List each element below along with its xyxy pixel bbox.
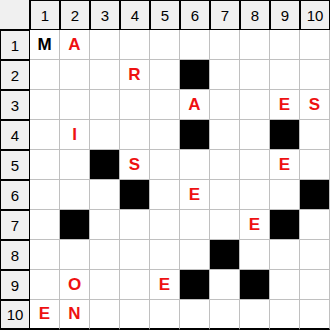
block-cell-r6c10 <box>300 180 330 210</box>
col-header-10: 10 <box>300 0 330 30</box>
cell-r3c2[interactable] <box>60 90 90 120</box>
cell-r5c4[interactable]: S <box>120 150 150 180</box>
cell-r2c8[interactable] <box>240 60 270 90</box>
cell-r5c6[interactable] <box>180 150 210 180</box>
cell-r4c1[interactable] <box>30 120 60 150</box>
cell-r1c8[interactable] <box>240 30 270 60</box>
block-cell-r7c2 <box>60 210 90 240</box>
block-cell-r4c9 <box>270 120 300 150</box>
col-header-6: 6 <box>180 0 210 30</box>
cell-r1c10[interactable] <box>300 30 330 60</box>
cell-r7c7[interactable] <box>210 210 240 240</box>
cell-r6c9[interactable] <box>270 180 300 210</box>
cell-r9c2[interactable]: O <box>60 270 90 300</box>
row-header-3: 3 <box>0 90 30 120</box>
cell-r10c10[interactable] <box>300 300 330 330</box>
cell-r1c1[interactable]: M <box>30 30 60 60</box>
cell-r10c4[interactable] <box>120 300 150 330</box>
cell-r8c10[interactable] <box>300 240 330 270</box>
cell-r4c10[interactable] <box>300 120 330 150</box>
cell-r9c5[interactable]: E <box>150 270 180 300</box>
cell-r3c6[interactable]: A <box>180 90 210 120</box>
col-header-1: 1 <box>30 0 60 30</box>
cell-r1c7[interactable] <box>210 30 240 60</box>
cell-r9c4[interactable] <box>120 270 150 300</box>
cell-r10c1[interactable]: E <box>30 300 60 330</box>
cell-r7c3[interactable] <box>90 210 120 240</box>
cell-r3c10[interactable]: S <box>300 90 330 120</box>
row-header-9: 9 <box>0 270 30 300</box>
block-cell-r2c6 <box>180 60 210 90</box>
cell-r10c8[interactable] <box>240 300 270 330</box>
cell-r5c10[interactable] <box>300 150 330 180</box>
col-header-2: 2 <box>60 0 90 30</box>
cell-r7c10[interactable] <box>300 210 330 240</box>
cell-r9c7[interactable] <box>210 270 240 300</box>
cell-r6c7[interactable] <box>210 180 240 210</box>
cell-r1c4[interactable] <box>120 30 150 60</box>
cell-r6c3[interactable] <box>90 180 120 210</box>
cell-r8c4[interactable] <box>120 240 150 270</box>
col-header-4: 4 <box>120 0 150 30</box>
block-cell-r8c7 <box>210 240 240 270</box>
cell-r6c5[interactable] <box>150 180 180 210</box>
cell-r10c6[interactable] <box>180 300 210 330</box>
cell-r10c7[interactable] <box>210 300 240 330</box>
cell-r10c5[interactable] <box>150 300 180 330</box>
cell-r9c9[interactable] <box>270 270 300 300</box>
cell-r10c2[interactable]: N <box>60 300 90 330</box>
cell-r2c4[interactable]: R <box>120 60 150 90</box>
cell-r2c1[interactable] <box>30 60 60 90</box>
row-header-4: 4 <box>0 120 30 150</box>
cell-r8c9[interactable] <box>270 240 300 270</box>
cell-r2c7[interactable] <box>210 60 240 90</box>
cell-r4c3[interactable] <box>90 120 120 150</box>
col-header-7: 7 <box>210 0 240 30</box>
cell-r8c1[interactable] <box>30 240 60 270</box>
block-cell-r6c4 <box>120 180 150 210</box>
cell-r1c5[interactable] <box>150 30 180 60</box>
cell-r9c3[interactable] <box>90 270 120 300</box>
cell-r3c9[interactable]: E <box>270 90 300 120</box>
crossword-board: 123456789101MA2R3AES4I5SE6E7E89OE10EN <box>0 0 330 330</box>
cell-r3c4[interactable] <box>120 90 150 120</box>
cell-r3c3[interactable] <box>90 90 120 120</box>
block-cell-r4c6 <box>180 120 210 150</box>
row-header-6: 6 <box>0 180 30 210</box>
cell-r7c1[interactable] <box>30 210 60 240</box>
cell-r1c9[interactable] <box>270 30 300 60</box>
cell-r5c2[interactable] <box>60 150 90 180</box>
col-header-3: 3 <box>90 0 120 30</box>
block-cell-r9c8 <box>240 270 270 300</box>
cell-r6c8[interactable] <box>240 180 270 210</box>
cell-r8c8[interactable] <box>240 240 270 270</box>
cell-r10c9[interactable] <box>270 300 300 330</box>
cell-r2c3[interactable] <box>90 60 120 90</box>
cell-r5c1[interactable] <box>30 150 60 180</box>
row-header-1: 1 <box>0 30 30 60</box>
cell-r3c1[interactable] <box>30 90 60 120</box>
cell-r7c6[interactable] <box>180 210 210 240</box>
cell-r4c7[interactable] <box>210 120 240 150</box>
cell-r5c8[interactable] <box>240 150 270 180</box>
cell-r5c7[interactable] <box>210 150 240 180</box>
cell-r8c2[interactable] <box>60 240 90 270</box>
row-header-5: 5 <box>0 150 30 180</box>
cell-r2c9[interactable] <box>270 60 300 90</box>
row-header-7: 7 <box>0 210 30 240</box>
col-header-9: 9 <box>270 0 300 30</box>
cell-r1c2[interactable]: A <box>60 30 90 60</box>
row-header-10: 10 <box>0 300 30 330</box>
cell-r4c2[interactable]: I <box>60 120 90 150</box>
cell-r7c8[interactable]: E <box>240 210 270 240</box>
cell-r10c3[interactable] <box>90 300 120 330</box>
col-header-8: 8 <box>240 0 270 30</box>
cell-r2c10[interactable] <box>300 60 330 90</box>
cell-r3c7[interactable] <box>210 90 240 120</box>
cell-r4c5[interactable] <box>150 120 180 150</box>
cell-r1c6[interactable] <box>180 30 210 60</box>
cell-r6c6[interactable]: E <box>180 180 210 210</box>
cell-r3c5[interactable] <box>150 90 180 120</box>
cell-r4c4[interactable] <box>120 120 150 150</box>
cell-r8c6[interactable] <box>180 240 210 270</box>
cell-r1c3[interactable] <box>90 30 120 60</box>
cell-r6c2[interactable] <box>60 180 90 210</box>
corner-cell <box>0 0 30 30</box>
cell-r4c8[interactable] <box>240 120 270 150</box>
cell-r9c1[interactable] <box>30 270 60 300</box>
cell-r9c10[interactable] <box>300 270 330 300</box>
cell-r8c5[interactable] <box>150 240 180 270</box>
block-cell-r5c3 <box>90 150 120 180</box>
row-header-8: 8 <box>0 240 30 270</box>
cell-r7c4[interactable] <box>120 210 150 240</box>
cell-r8c3[interactable] <box>90 240 120 270</box>
col-header-5: 5 <box>150 0 180 30</box>
cell-r3c8[interactable] <box>240 90 270 120</box>
cell-r2c5[interactable] <box>150 60 180 90</box>
cell-r6c1[interactable] <box>30 180 60 210</box>
block-cell-r7c9 <box>270 210 300 240</box>
cell-r5c5[interactable] <box>150 150 180 180</box>
cell-r7c5[interactable] <box>150 210 180 240</box>
cell-r2c2[interactable] <box>60 60 90 90</box>
cell-r5c9[interactable]: E <box>270 150 300 180</box>
block-cell-r9c6 <box>180 270 210 300</box>
row-header-2: 2 <box>0 60 30 90</box>
